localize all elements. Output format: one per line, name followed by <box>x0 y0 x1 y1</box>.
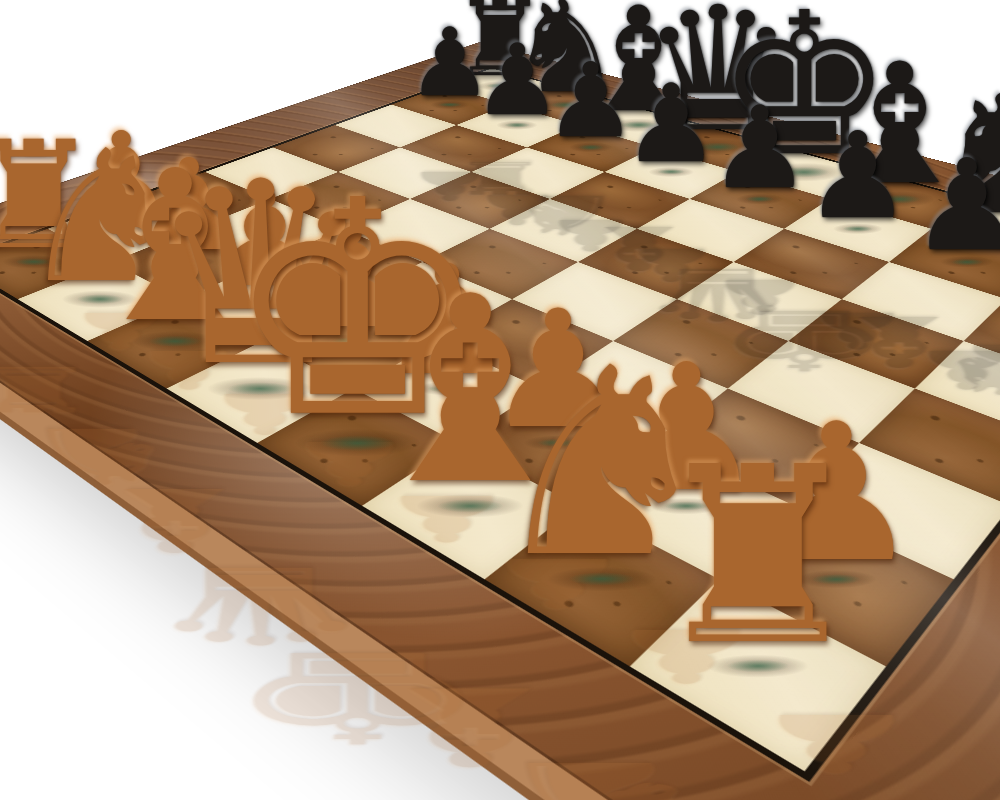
piece-reflection: ♟ <box>751 704 921 780</box>
piece-black-pawn-e7[interactable]: ♟ <box>709 95 811 203</box>
piece-reflection: ♟ <box>623 243 720 286</box>
piece-black-pawn-f7[interactable]: ♟ <box>804 119 911 232</box>
product-photo-stage: ♜♜♟♟♞♞♟♟♝♝♟♟♛♛♟♟♚♚♟♟♝♝♟♟♟♟♞♞♜♜♟♟♟♟♜♜♞♞♟♟… <box>0 0 1000 800</box>
piece-black-pawn-d7[interactable]: ♟ <box>623 73 720 175</box>
piece-reflection: ♟ <box>910 344 1000 394</box>
pieces-layer: ♜♜♟♟♞♞♟♟♝♝♟♟♛♛♟♟♚♚♟♟♝♝♟♟♟♟♞♞♜♜♟♟♟♟♜♜♞♞♟♟… <box>0 0 1000 800</box>
piece-reflection: ♞ <box>486 749 719 800</box>
piece-white-rook-h1[interactable]: ♜ <box>649 442 868 674</box>
piece-black-pawn-g7[interactable]: ♟ <box>910 146 1000 266</box>
piece-reflection: ♟ <box>804 307 911 355</box>
piece-reflection: ♟ <box>709 273 811 318</box>
